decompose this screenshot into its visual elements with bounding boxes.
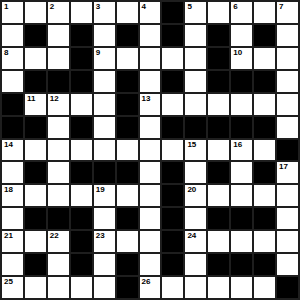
white-cell-r7-c12[interactable]: 17 [277,162,298,183]
block-cell-r12-c12 [277,277,298,298]
clue-number: 2 [50,3,54,11]
block-cell-r11-c10 [231,254,252,275]
white-cell-r0-c9[interactable] [208,2,229,23]
white-cell-r9-c6[interactable] [140,208,161,229]
white-cell-r11-c2[interactable] [48,254,69,275]
white-cell-r3-c8[interactable] [185,71,206,92]
white-cell-r4-c2[interactable]: 12 [48,94,69,115]
white-cell-r6-c1[interactable] [25,140,46,161]
block-cell-r5-c0 [2,117,23,138]
white-cell-r4-c8[interactable] [185,94,206,115]
block-cell-r9-c3 [71,208,92,229]
block-cell-r1-c5 [117,25,138,46]
white-cell-r4-c4[interactable] [94,94,115,115]
clue-number: 23 [96,232,105,240]
white-cell-r3-c4[interactable] [94,71,115,92]
clue-number: 4 [142,3,146,11]
clue-number: 7 [279,3,283,11]
white-cell-r6-c8[interactable]: 15 [185,140,206,161]
white-cell-r8-c9[interactable] [208,185,229,206]
block-cell-r3-c9 [208,71,229,92]
white-cell-r7-c10[interactable] [231,162,252,183]
block-cell-r9-c11 [254,208,275,229]
white-cell-r10-c1[interactable] [25,231,46,252]
white-cell-r11-c8[interactable] [185,254,206,275]
white-cell-r10-c9[interactable] [208,231,229,252]
white-cell-r11-c12[interactable] [277,254,298,275]
white-cell-r8-c2[interactable] [48,185,69,206]
white-cell-r6-c7[interactable] [162,140,183,161]
white-cell-r3-c12[interactable] [277,71,298,92]
white-cell-r6-c4[interactable] [94,140,115,161]
white-cell-r0-c8[interactable]: 5 [185,2,206,23]
clue-number: 17 [279,163,288,171]
block-cell-r9-c2 [48,208,69,229]
white-cell-r11-c4[interactable] [94,254,115,275]
clue-number: 3 [96,3,100,11]
white-cell-r0-c11[interactable] [254,2,275,23]
white-cell-r4-c10[interactable] [231,94,252,115]
clue-number: 15 [187,141,196,149]
white-cell-r10-c5[interactable] [117,231,138,252]
block-cell-r11-c1 [25,254,46,275]
white-cell-r2-c1[interactable] [25,48,46,69]
white-cell-r4-c6[interactable]: 13 [140,94,161,115]
white-cell-r12-c11[interactable] [254,277,275,298]
clue-number: 8 [4,49,8,57]
white-cell-r4-c1[interactable]: 11 [25,94,46,115]
block-cell-r5-c8 [185,117,206,138]
white-cell-r0-c4[interactable]: 3 [94,2,115,23]
block-cell-r5-c7 [162,117,183,138]
clue-number: 22 [50,232,59,240]
white-cell-r12-c6[interactable]: 26 [140,277,161,298]
block-cell-r7-c11 [254,162,275,183]
block-cell-r1-c9 [208,25,229,46]
white-cell-r1-c2[interactable] [48,25,69,46]
white-cell-r5-c4[interactable] [94,117,115,138]
block-cell-r0-c7 [162,2,183,23]
block-cell-r7-c4 [94,162,115,183]
white-cell-r7-c6[interactable] [140,162,161,183]
block-cell-r11-c5 [117,254,138,275]
white-cell-r10-c4[interactable]: 23 [94,231,115,252]
block-cell-r5-c10 [231,117,252,138]
white-cell-r0-c1[interactable] [25,2,46,23]
block-cell-r11-c7 [162,254,183,275]
white-cell-r1-c6[interactable] [140,25,161,46]
block-cell-r11-c9 [208,254,229,275]
white-cell-r12-c4[interactable] [94,277,115,298]
block-cell-r9-c9 [208,208,229,229]
clue-number: 12 [50,95,59,103]
white-cell-r12-c2[interactable] [48,277,69,298]
white-cell-r2-c4[interactable]: 9 [94,48,115,69]
white-cell-r2-c5[interactable] [117,48,138,69]
clue-number: 19 [96,186,105,194]
white-cell-r10-c2[interactable]: 22 [48,231,69,252]
white-cell-r2-c2[interactable] [48,48,69,69]
white-cell-r4-c3[interactable] [71,94,92,115]
white-cell-r10-c12[interactable] [277,231,298,252]
white-cell-r8-c4[interactable]: 19 [94,185,115,206]
white-cell-r1-c10[interactable] [231,25,252,46]
white-cell-r10-c11[interactable] [254,231,275,252]
white-cell-r5-c12[interactable] [277,117,298,138]
block-cell-r1-c11 [254,25,275,46]
white-cell-r11-c6[interactable] [140,254,161,275]
white-cell-r12-c10[interactable] [231,277,252,298]
white-cell-r8-c8[interactable]: 20 [185,185,206,206]
block-cell-r11-c11 [254,254,275,275]
clue-number: 24 [187,232,196,240]
block-cell-r12-c5 [117,277,138,298]
white-cell-r8-c10[interactable] [231,185,252,206]
clue-number: 6 [233,3,237,11]
clue-number: 21 [4,232,13,240]
white-cell-r9-c8[interactable] [185,208,206,229]
white-cell-r7-c0[interactable] [2,162,23,183]
white-cell-r10-c8[interactable]: 24 [185,231,206,252]
white-cell-r8-c0[interactable]: 18 [2,185,23,206]
block-cell-r6-c12 [277,140,298,161]
block-cell-r1-c7 [162,25,183,46]
white-cell-r4-c12[interactable] [277,94,298,115]
block-cell-r3-c1 [25,71,46,92]
block-cell-r7-c1 [25,162,46,183]
white-cell-r6-c11[interactable] [254,140,275,161]
block-cell-r9-c5 [117,208,138,229]
white-cell-r10-c0[interactable]: 21 [2,231,23,252]
white-cell-r10-c6[interactable] [140,231,161,252]
white-cell-r0-c2[interactable]: 2 [48,2,69,23]
white-cell-r2-c0[interactable]: 8 [2,48,23,69]
white-cell-r1-c4[interactable] [94,25,115,46]
white-cell-r12-c3[interactable] [71,277,92,298]
white-cell-r4-c9[interactable] [208,94,229,115]
block-cell-r10-c7 [162,231,183,252]
block-cell-r5-c1 [25,117,46,138]
white-cell-r12-c9[interactable] [208,277,229,298]
white-cell-r0-c12[interactable]: 7 [277,2,298,23]
block-cell-r2-c3 [71,48,92,69]
clue-number: 13 [142,95,151,103]
white-cell-r8-c1[interactable] [25,185,46,206]
white-cell-r1-c8[interactable] [185,25,206,46]
clue-number: 16 [233,141,242,149]
block-cell-r7-c3 [71,162,92,183]
white-cell-r0-c10[interactable]: 6 [231,2,252,23]
clue-number: 1 [4,3,8,11]
block-cell-r3-c2 [48,71,69,92]
block-cell-r5-c9 [208,117,229,138]
block-cell-r1-c1 [25,25,46,46]
white-cell-r12-c0[interactable]: 25 [2,277,23,298]
block-cell-r9-c7 [162,208,183,229]
block-cell-r9-c10 [231,208,252,229]
white-cell-r10-c10[interactable] [231,231,252,252]
block-cell-r11-c3 [71,254,92,275]
white-cell-r0-c3[interactable] [71,2,92,23]
white-cell-r6-c2[interactable] [48,140,69,161]
block-cell-r4-c5 [117,94,138,115]
white-cell-r9-c12[interactable] [277,208,298,229]
white-cell-r7-c2[interactable] [48,162,69,183]
white-cell-r9-c0[interactable] [2,208,23,229]
white-cell-r6-c0[interactable]: 14 [2,140,23,161]
block-cell-r5-c11 [254,117,275,138]
white-cell-r5-c2[interactable] [48,117,69,138]
white-cell-r4-c7[interactable] [162,94,183,115]
block-cell-r3-c11 [254,71,275,92]
white-cell-r0-c0[interactable]: 1 [2,2,23,23]
white-cell-r6-c6[interactable] [140,140,161,161]
white-cell-r2-c6[interactable] [140,48,161,69]
white-cell-r0-c5[interactable] [117,2,138,23]
white-cell-r2-c10[interactable]: 10 [231,48,252,69]
white-cell-r8-c12[interactable] [277,185,298,206]
white-cell-r0-c6[interactable]: 4 [140,2,161,23]
white-cell-r2-c8[interactable] [185,48,206,69]
block-cell-r3-c5 [117,71,138,92]
crossword-grid: 1234567891011121314151617181920212223242… [0,0,300,300]
white-cell-r12-c8[interactable] [185,277,206,298]
block-cell-r3-c7 [162,71,183,92]
clue-number: 10 [233,49,242,57]
block-cell-r7-c9 [208,162,229,183]
clue-number: 9 [96,49,100,57]
white-cell-r3-c6[interactable] [140,71,161,92]
white-cell-r6-c9[interactable] [208,140,229,161]
white-cell-r2-c12[interactable] [277,48,298,69]
white-cell-r1-c0[interactable] [2,25,23,46]
clue-number: 20 [187,186,196,194]
block-cell-r5-c5 [117,117,138,138]
block-cell-r8-c7 [162,185,183,206]
white-cell-r9-c4[interactable] [94,208,115,229]
white-cell-r8-c5[interactable] [117,185,138,206]
clue-number: 11 [27,95,35,103]
white-cell-r6-c3[interactable] [71,140,92,161]
clue-number: 18 [4,186,13,194]
white-cell-r1-c12[interactable] [277,25,298,46]
clue-number: 25 [4,278,13,286]
white-cell-r5-c6[interactable] [140,117,161,138]
block-cell-r10-c3 [71,231,92,252]
clue-number: 14 [4,141,13,149]
block-cell-r7-c5 [117,162,138,183]
white-cell-r6-c10[interactable]: 16 [231,140,252,161]
white-cell-r8-c11[interactable] [254,185,275,206]
white-cell-r7-c8[interactable] [185,162,206,183]
white-cell-r2-c11[interactable] [254,48,275,69]
white-cell-r4-c11[interactable] [254,94,275,115]
white-cell-r12-c7[interactable] [162,277,183,298]
block-cell-r2-c9 [208,48,229,69]
clue-number: 5 [187,3,191,11]
block-cell-r1-c3 [71,25,92,46]
white-cell-r12-c1[interactable] [25,277,46,298]
block-cell-r4-c0 [2,94,23,115]
white-cell-r3-c0[interactable] [2,71,23,92]
white-cell-r8-c6[interactable] [140,185,161,206]
clue-number: 26 [142,278,151,286]
white-cell-r6-c5[interactable] [117,140,138,161]
white-cell-r11-c0[interactable] [2,254,23,275]
block-cell-r9-c1 [25,208,46,229]
white-cell-r2-c7[interactable] [162,48,183,69]
white-cell-r8-c3[interactable] [71,185,92,206]
block-cell-r5-c3 [71,117,92,138]
block-cell-r3-c10 [231,71,252,92]
block-cell-r7-c7 [162,162,183,183]
block-cell-r3-c3 [71,71,92,92]
